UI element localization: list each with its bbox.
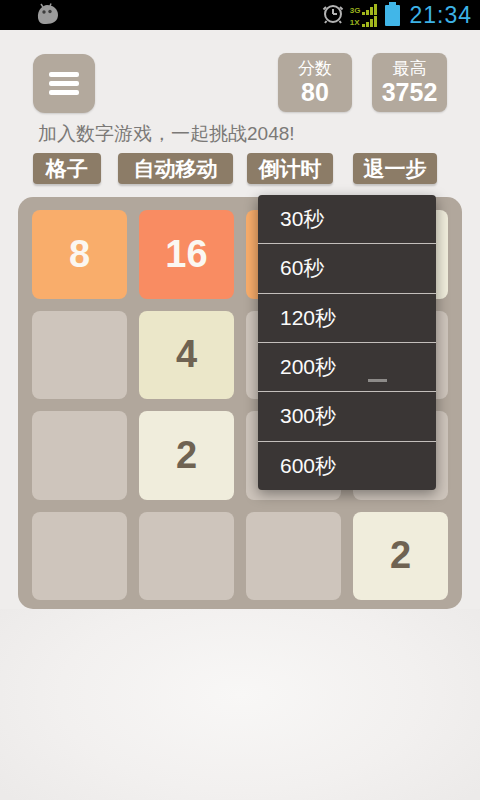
tile-r3c3: 2 bbox=[353, 512, 448, 601]
menu-item-200s-label: 200秒 bbox=[280, 353, 336, 381]
score-box: 分数 80 bbox=[278, 53, 352, 112]
hamburger-icon bbox=[49, 72, 79, 77]
best-label: 最高 bbox=[372, 60, 447, 78]
status-bar: 3G 1X 21:34 bbox=[0, 0, 480, 30]
signal-bars-icon: 3G 1X bbox=[350, 4, 378, 27]
page-background-glow bbox=[0, 609, 480, 800]
signal-1x-label: 1X bbox=[350, 19, 360, 27]
tile-r3c2 bbox=[246, 512, 341, 601]
menu-item-600s[interactable]: 600秒 bbox=[258, 442, 436, 490]
undo-button[interactable]: 退一步 bbox=[353, 153, 437, 184]
score-label: 分数 bbox=[278, 60, 352, 78]
best-score-box: 最高 3752 bbox=[372, 53, 447, 112]
auto-move-button[interactable]: 自动移动 bbox=[118, 153, 233, 184]
menu-item-60s[interactable]: 60秒 bbox=[258, 244, 436, 293]
best-value: 3752 bbox=[372, 79, 447, 105]
status-right-cluster: 3G 1X 21:34 bbox=[321, 0, 472, 30]
score-value: 80 bbox=[278, 79, 352, 105]
countdown-button[interactable]: 倒计时 bbox=[247, 153, 333, 184]
tagline-text: 加入数字游戏，一起挑战2048! bbox=[38, 121, 458, 147]
tile-r1c0 bbox=[32, 311, 127, 400]
menu-item-30s[interactable]: 30秒 bbox=[258, 195, 436, 244]
text-cursor-dash-icon bbox=[368, 379, 387, 382]
menu-button[interactable] bbox=[33, 54, 95, 113]
menu-item-200s[interactable]: 200秒 bbox=[258, 343, 436, 392]
tile-r3c1 bbox=[139, 512, 234, 601]
alarm-clock-icon bbox=[321, 1, 345, 29]
status-time: 21:34 bbox=[409, 2, 472, 29]
grid-size-button[interactable]: 格子 bbox=[33, 153, 101, 184]
tile-r2c1: 2 bbox=[139, 411, 234, 500]
tile-r2c0 bbox=[32, 411, 127, 500]
menu-item-300s[interactable]: 300秒 bbox=[258, 392, 436, 441]
signal-3g-label: 3G bbox=[350, 7, 361, 15]
tile-r0c0: 8 bbox=[32, 210, 127, 299]
countdown-dropdown: 30秒 60秒 120秒 200秒 300秒 600秒 bbox=[258, 195, 436, 490]
battery-icon bbox=[385, 5, 400, 26]
tile-r1c1: 4 bbox=[139, 311, 234, 400]
android-robot-icon bbox=[34, 3, 61, 30]
menu-item-120s[interactable]: 120秒 bbox=[258, 294, 436, 343]
tile-r0c1: 16 bbox=[139, 210, 234, 299]
tile-r3c0 bbox=[32, 512, 127, 601]
app-screen: 3G 1X 21:34 分数 80 最高 3752 加入数字游戏，一起挑战204… bbox=[0, 0, 480, 800]
